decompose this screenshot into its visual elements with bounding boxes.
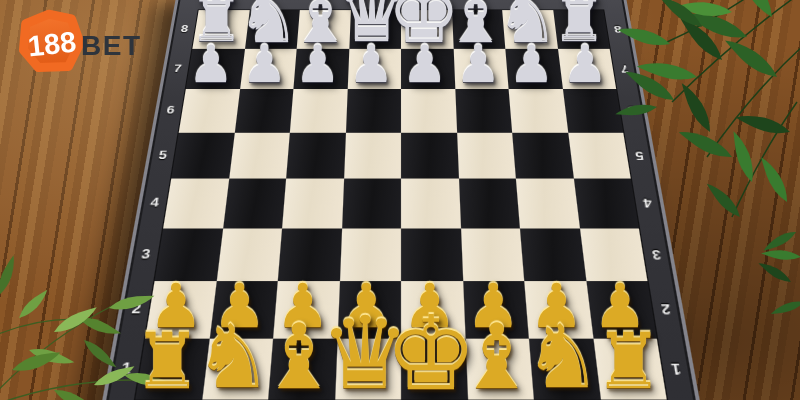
piece-silver-pawn-d7[interactable]: ♟ [348, 38, 394, 89]
square-b6[interactable] [234, 89, 293, 132]
square-d4[interactable] [342, 179, 401, 228]
brand-logo: 188 BET [14, 6, 164, 90]
piece-silver-pawn-h7[interactable]: ♟ [562, 38, 608, 89]
square-f4[interactable] [458, 179, 519, 228]
rank-label-right-7: 7 [612, 62, 637, 75]
square-e4[interactable] [401, 179, 460, 228]
rank-label-right-1: 1 [660, 358, 692, 377]
square-c6[interactable] [290, 89, 347, 132]
rank-label-left-7: 7 [165, 62, 190, 75]
square-g6[interactable] [509, 89, 568, 132]
square-c5[interactable] [286, 132, 345, 178]
square-e6[interactable] [401, 89, 457, 132]
rank-label-right-8: 8 [605, 23, 629, 35]
square-f5[interactable] [457, 132, 516, 178]
square-b5[interactable] [229, 132, 290, 178]
rank-label-left-3: 3 [131, 245, 160, 262]
square-h6[interactable] [562, 89, 623, 132]
piece-silver-pawn-g7[interactable]: ♟ [509, 38, 555, 89]
square-c4[interactable] [282, 179, 343, 228]
square-a6[interactable] [179, 89, 240, 132]
square-a5[interactable] [171, 132, 234, 178]
rank-label-left-6: 6 [157, 103, 183, 117]
square-h4[interactable] [573, 179, 638, 228]
square-g4[interactable] [516, 179, 579, 228]
square-f6[interactable] [455, 89, 512, 132]
piece-silver-pawn-b7[interactable]: ♟ [241, 38, 287, 89]
square-h5[interactable] [568, 132, 631, 178]
piece-silver-pawn-c7[interactable]: ♟ [295, 38, 341, 89]
square-a4[interactable] [163, 179, 228, 228]
square-d5[interactable] [344, 132, 401, 178]
rank-label-right-3: 3 [642, 245, 671, 262]
scene: 8765432187654321 ♜♞♝♛♚♝♞♜♟♟♟♟♟♟♟♟♟♟♟♟♟♟♟… [0, 0, 800, 400]
square-b4[interactable] [223, 179, 286, 228]
rank-label-left-5: 5 [149, 148, 176, 163]
piece-silver-pawn-e7[interactable]: ♟ [402, 38, 448, 89]
piece-gold-rook-h1[interactable]: ♜ [594, 323, 663, 400]
logo-188: 188 [26, 26, 77, 63]
piece-silver-pawn-a7[interactable]: ♟ [188, 38, 234, 89]
rank-label-left-4: 4 [140, 195, 168, 211]
piece-gold-rook-a1[interactable]: ♜ [133, 323, 202, 400]
rank-label-right-5: 5 [626, 148, 653, 163]
square-d6[interactable] [345, 89, 401, 132]
rank-label-right-4: 4 [633, 195, 661, 211]
piece-gold-knight-g1[interactable]: ♞ [523, 314, 601, 400]
logo-bet: BET [81, 30, 142, 61]
piece-silver-pawn-f7[interactable]: ♟ [455, 38, 501, 89]
square-g5[interactable] [512, 132, 573, 178]
rank-label-right-6: 6 [619, 103, 645, 117]
square-e5[interactable] [401, 132, 458, 178]
